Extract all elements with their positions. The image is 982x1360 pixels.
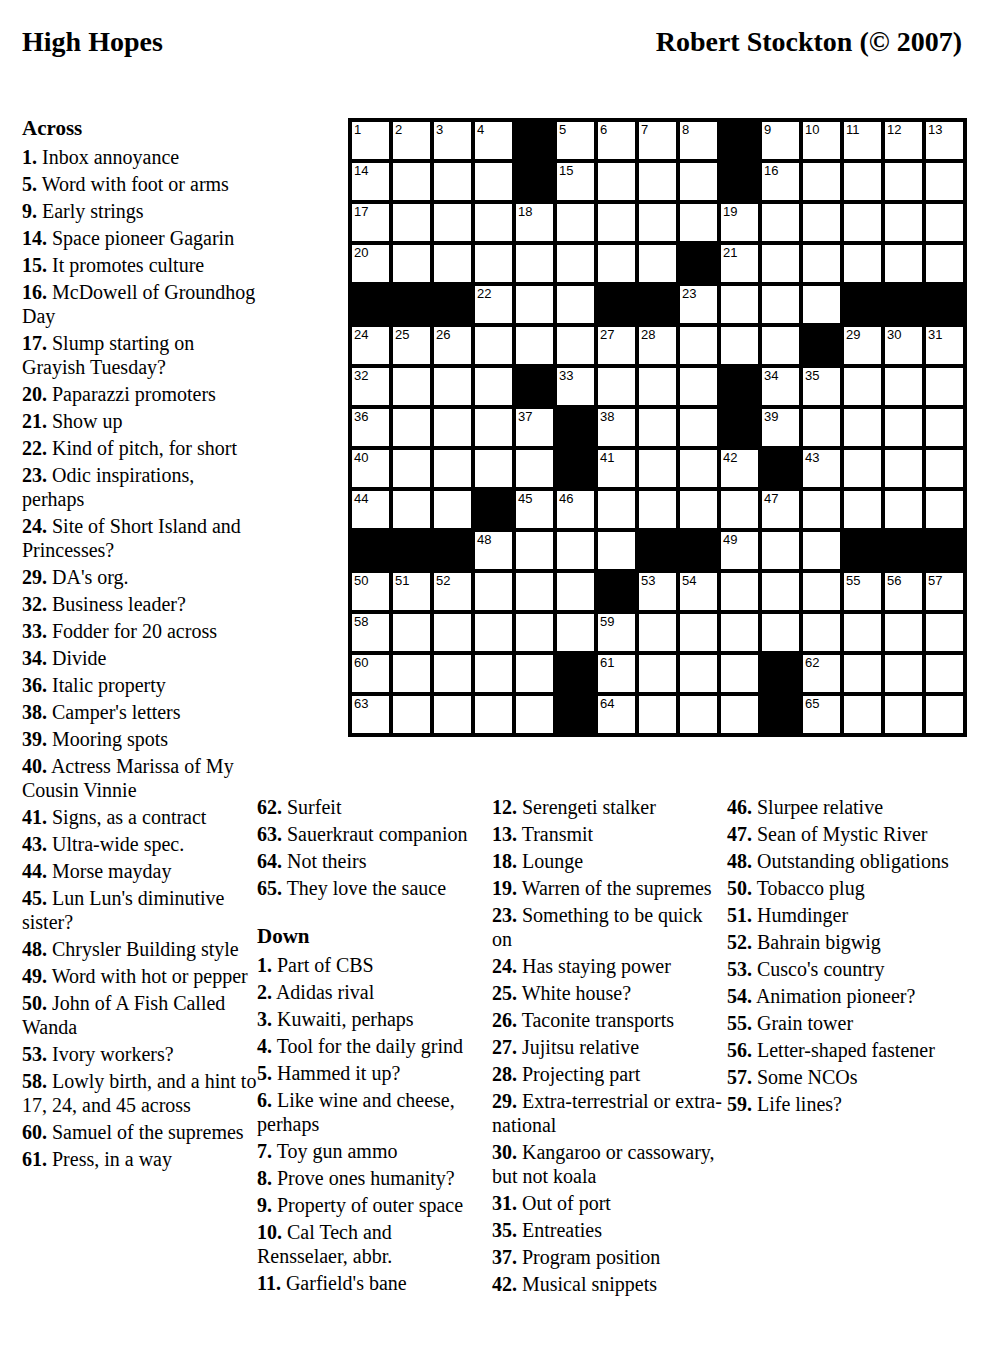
clue-text: Life lines?	[757, 1093, 842, 1115]
grid-cell-r15c10[interactable]	[721, 696, 758, 733]
grid-cell-r4c8[interactable]	[639, 245, 676, 282]
grid-cell-r15c7[interactable]: 64	[598, 696, 635, 733]
grid-cell-r5c4[interactable]: 22	[475, 286, 512, 323]
clue-down-18: 18. Lounge	[492, 849, 725, 873]
cell-number: 43	[805, 450, 819, 465]
grid-cell-r13c1[interactable]: 58	[352, 614, 389, 651]
grid-cell-r15c1[interactable]: 63	[352, 696, 389, 733]
grid-cell-r3c12[interactable]	[803, 204, 840, 241]
grid-cell-r12c4[interactable]	[475, 573, 512, 610]
grid-cell-r9c3[interactable]	[434, 450, 471, 487]
grid-cell-r3c2[interactable]	[393, 204, 430, 241]
grid-cell-r1c13[interactable]: 11	[844, 122, 881, 159]
grid-cell-r3c13[interactable]	[844, 204, 881, 241]
clue-text: Ultra-wide spec.	[52, 833, 184, 855]
cell-number: 20	[354, 245, 368, 260]
grid-cell-r1c3[interactable]: 3	[434, 122, 471, 159]
grid-cell-r13c7[interactable]: 59	[598, 614, 635, 651]
grid-cell-r10c7[interactable]	[598, 491, 635, 528]
grid-cell-r2c1[interactable]: 14	[352, 163, 389, 200]
grid-cell-r1c6[interactable]: 5	[557, 122, 594, 159]
clue-text: Slurpee relative	[757, 796, 883, 818]
grid-cell-r2c14[interactable]	[885, 163, 922, 200]
grid-cell-r4c3[interactable]	[434, 245, 471, 282]
clue-down-52: 52. Bahrain bigwig	[727, 930, 973, 954]
grid-cell-r13c11[interactable]	[762, 614, 799, 651]
grid-cell-r4c1[interactable]: 20	[352, 245, 389, 282]
grid-cell-r8c13[interactable]	[844, 409, 881, 446]
clue-across-43: 43. Ultra-wide spec.	[22, 832, 260, 856]
grid-cell-r12c14[interactable]: 56	[885, 573, 922, 610]
grid-cell-r3c15[interactable]	[926, 204, 963, 241]
grid-cell-r1c7[interactable]: 6	[598, 122, 635, 159]
grid-cell-r6c9[interactable]	[680, 327, 717, 364]
grid-cell-r4c14[interactable]	[885, 245, 922, 282]
grid-cell-r3c14[interactable]	[885, 204, 922, 241]
clue-text: Cusco's country	[757, 958, 884, 980]
grid-cell-r11c5[interactable]	[516, 532, 553, 569]
grid-cell-r3c10[interactable]: 19	[721, 204, 758, 241]
clue-text: Slump starting on Grayish Tuesday?	[22, 332, 194, 378]
grid-cell-r9c5[interactable]	[516, 450, 553, 487]
cell-number: 38	[600, 409, 614, 424]
cell-number: 9	[764, 122, 771, 137]
grid-cell-r8c7[interactable]: 38	[598, 409, 635, 446]
grid-cell-r11c11[interactable]	[762, 532, 799, 569]
clue-column-across-end-down-start: 62. Surfeit63. Sauerkraut companion64. N…	[257, 795, 487, 1298]
grid-cell-r15c12[interactable]: 65	[803, 696, 840, 733]
clue-number: 2.	[257, 981, 272, 1003]
grid-cell-r3c7[interactable]	[598, 204, 635, 241]
black-cell-r1c5	[516, 122, 553, 159]
black-cell-r12c7	[598, 573, 635, 610]
grid-cell-r8c3[interactable]	[434, 409, 471, 446]
grid-cell-r1c14[interactable]: 12	[885, 122, 922, 159]
grid-cell-r2c4[interactable]	[475, 163, 512, 200]
clue-text: Warren of the supremes	[522, 877, 712, 899]
grid-cell-r3c8[interactable]	[639, 204, 676, 241]
grid-cell-r14c7[interactable]: 61	[598, 655, 635, 692]
grid-cell-r6c10[interactable]	[721, 327, 758, 364]
grid-cell-r1c8[interactable]: 7	[639, 122, 676, 159]
grid-cell-r13c13[interactable]	[844, 614, 881, 651]
grid-cell-r13c6[interactable]	[557, 614, 594, 651]
grid-cell-r7c7[interactable]	[598, 368, 635, 405]
grid-cell-r2c12[interactable]	[803, 163, 840, 200]
grid-cell-r1c11[interactable]: 9	[762, 122, 799, 159]
grid-cell-r6c14[interactable]: 30	[885, 327, 922, 364]
cell-number: 51	[395, 573, 409, 588]
clue-number: 63.	[257, 823, 282, 845]
grid-cell-r11c4[interactable]: 48	[475, 532, 512, 569]
grid-cell-r1c1[interactable]: 1	[352, 122, 389, 159]
grid-cell-r8c12[interactable]	[803, 409, 840, 446]
grid-cell-r1c2[interactable]: 2	[393, 122, 430, 159]
grid-cell-r9c9[interactable]	[680, 450, 717, 487]
grid-cell-r10c9[interactable]	[680, 491, 717, 528]
cell-number: 53	[641, 573, 655, 588]
grid-cell-r4c13[interactable]	[844, 245, 881, 282]
grid-cell-r9c12[interactable]: 43	[803, 450, 840, 487]
grid-cell-r2c9[interactable]	[680, 163, 717, 200]
cell-number: 32	[354, 368, 368, 383]
grid-cell-r14c1[interactable]: 60	[352, 655, 389, 692]
clue-number: 53.	[22, 1043, 47, 1065]
grid-cell-r15c4[interactable]	[475, 696, 512, 733]
grid-cell-r8c9[interactable]	[680, 409, 717, 446]
grid-cell-r6c5[interactable]	[516, 327, 553, 364]
grid-cell-r12c13[interactable]: 55	[844, 573, 881, 610]
grid-cell-r14c4[interactable]	[475, 655, 512, 692]
grid-cell-r2c3[interactable]	[434, 163, 471, 200]
cell-number: 27	[600, 327, 614, 342]
grid-cell-r15c2[interactable]	[393, 696, 430, 733]
grid-cell-r9c4[interactable]	[475, 450, 512, 487]
grid-cell-r4c5[interactable]	[516, 245, 553, 282]
grid-cell-r4c4[interactable]	[475, 245, 512, 282]
clue-number: 52.	[727, 931, 752, 953]
grid-cell-r4c12[interactable]	[803, 245, 840, 282]
clue-text: McDowell of Groundhog Day	[22, 281, 255, 327]
grid-cell-r3c3[interactable]	[434, 204, 471, 241]
grid-cell-r2c6[interactable]: 15	[557, 163, 594, 200]
clue-down-48: 48. Outstanding obligations	[727, 849, 973, 873]
cell-number: 23	[682, 286, 696, 301]
grid-cell-r15c5[interactable]	[516, 696, 553, 733]
clue-across-45: 45. Lun Lun's diminutive sister?	[22, 886, 260, 934]
grid-cell-r7c9[interactable]	[680, 368, 717, 405]
clue-number: 7.	[257, 1140, 272, 1162]
cell-number: 59	[600, 614, 614, 629]
clue-number: 36.	[22, 674, 47, 696]
clue-text: Serengeti stalker	[522, 796, 656, 818]
grid-cell-r4c10[interactable]: 21	[721, 245, 758, 282]
grid-cell-r10c10[interactable]	[721, 491, 758, 528]
grid-cell-r10c11[interactable]: 47	[762, 491, 799, 528]
cell-number: 4	[477, 122, 484, 137]
grid-cell-r7c2[interactable]	[393, 368, 430, 405]
grid-cell-r10c8[interactable]	[639, 491, 676, 528]
clue-down-47: 47. Sean of Mystic River	[727, 822, 973, 846]
cell-number: 6	[600, 122, 607, 137]
grid-cell-r14c9[interactable]	[680, 655, 717, 692]
grid-cell-r1c12[interactable]: 10	[803, 122, 840, 159]
grid-cell-r1c9[interactable]: 8	[680, 122, 717, 159]
grid-cell-r14c13[interactable]	[844, 655, 881, 692]
grid-cell-r7c6[interactable]: 33	[557, 368, 594, 405]
grid-cell-r3c4[interactable]	[475, 204, 512, 241]
clue-number: 45.	[22, 887, 47, 909]
clue-down-56: 56. Letter-shaped fastener	[727, 1038, 973, 1062]
clue-text: Tobacco plug	[757, 877, 865, 899]
grid-cell-r15c15[interactable]	[926, 696, 963, 733]
cell-number: 13	[928, 122, 942, 137]
clue-number: 60.	[22, 1121, 47, 1143]
grid-cell-r6c8[interactable]: 28	[639, 327, 676, 364]
clue-down-25: 25. White house?	[492, 981, 725, 1005]
grid-cell-r5c12[interactable]	[803, 286, 840, 323]
grid-cell-r10c15[interactable]	[926, 491, 963, 528]
grid-cell-r7c14[interactable]	[885, 368, 922, 405]
grid-cell-r2c11[interactable]: 16	[762, 163, 799, 200]
black-cell-r2c10	[721, 163, 758, 200]
grid-cell-r10c6[interactable]: 46	[557, 491, 594, 528]
grid-cell-r9c10[interactable]: 42	[721, 450, 758, 487]
clue-number: 50.	[22, 992, 47, 1014]
clue-number: 50.	[727, 877, 752, 899]
clue-across-64: 64. Not theirs	[257, 849, 487, 873]
clue-number: 43.	[22, 833, 47, 855]
grid-cell-r13c10[interactable]	[721, 614, 758, 651]
grid-cell-r6c15[interactable]: 31	[926, 327, 963, 364]
grid-cell-r8c15[interactable]	[926, 409, 963, 446]
grid-cell-r6c6[interactable]	[557, 327, 594, 364]
grid-cell-r4c15[interactable]	[926, 245, 963, 282]
grid-cell-r1c4[interactable]: 4	[475, 122, 512, 159]
clue-text: Samuel of the supremes	[52, 1121, 244, 1143]
clue-list-header: Down	[257, 924, 487, 948]
grid-cell-r6c13[interactable]: 29	[844, 327, 881, 364]
grid-cell-r15c13[interactable]	[844, 696, 881, 733]
clue-text: Signs, as a contract	[52, 806, 206, 828]
grid-cell-r12c11[interactable]	[762, 573, 799, 610]
clue-text: John of A Fish Called Wanda	[22, 992, 225, 1038]
grid-cell-r7c13[interactable]	[844, 368, 881, 405]
grid-cell-r12c1[interactable]: 50	[352, 573, 389, 610]
grid-cell-r10c12[interactable]	[803, 491, 840, 528]
clue-text: Outstanding obligations	[757, 850, 949, 872]
grid-cell-r10c14[interactable]	[885, 491, 922, 528]
clue-down-54: 54. Animation pioneer?	[727, 984, 973, 1008]
cell-number: 12	[887, 122, 901, 137]
clue-text: Word with foot or arms	[42, 173, 229, 195]
black-cell-r11c8	[639, 532, 676, 569]
grid-cell-r12c15[interactable]: 57	[926, 573, 963, 610]
grid-cell-r13c12[interactable]	[803, 614, 840, 651]
grid-cell-r7c1[interactable]: 32	[352, 368, 389, 405]
grid-cell-r15c3[interactable]	[434, 696, 471, 733]
cell-number: 5	[559, 122, 566, 137]
grid-cell-r9c1[interactable]: 40	[352, 450, 389, 487]
clue-down-30: 30. Kangaroo or cassowary, but not koala	[492, 1140, 725, 1188]
grid-cell-r13c15[interactable]	[926, 614, 963, 651]
grid-cell-r7c4[interactable]	[475, 368, 512, 405]
grid-cell-r8c4[interactable]	[475, 409, 512, 446]
cell-number: 19	[723, 204, 737, 219]
grid-cell-r2c15[interactable]	[926, 163, 963, 200]
clue-text: Entreaties	[522, 1219, 602, 1241]
clue-number: 41.	[22, 806, 47, 828]
grid-cell-r3c5[interactable]: 18	[516, 204, 553, 241]
grid-cell-r14c3[interactable]	[434, 655, 471, 692]
clue-text: Projecting part	[522, 1063, 640, 1085]
cell-number: 48	[477, 532, 491, 547]
clue-number: 48.	[22, 938, 47, 960]
grid-cell-r9c8[interactable]	[639, 450, 676, 487]
clue-down-7: 7. Toy gun ammo	[257, 1139, 487, 1163]
grid-cell-r9c13[interactable]	[844, 450, 881, 487]
grid-cell-r3c11[interactable]	[762, 204, 799, 241]
grid-cell-r10c5[interactable]: 45	[516, 491, 553, 528]
grid-cell-r9c14[interactable]	[885, 450, 922, 487]
grid-cell-r15c14[interactable]	[885, 696, 922, 733]
clue-down-6: 6. Like wine and cheese, perhaps	[257, 1088, 487, 1136]
grid-cell-r12c6[interactable]	[557, 573, 594, 610]
grid-cell-r5c6[interactable]	[557, 286, 594, 323]
grid-cell-r6c7[interactable]: 27	[598, 327, 635, 364]
grid-cell-r8c14[interactable]	[885, 409, 922, 446]
grid-cell-r13c14[interactable]	[885, 614, 922, 651]
grid-cell-r5c11[interactable]	[762, 286, 799, 323]
clue-number: 19.	[492, 877, 517, 899]
cell-number: 34	[764, 368, 778, 383]
grid-cell-r13c4[interactable]	[475, 614, 512, 651]
grid-cell-r11c6[interactable]	[557, 532, 594, 569]
clue-column-down-end: 46. Slurpee relative47. Sean of Mystic R…	[727, 795, 973, 1119]
grid-cell-r12c5[interactable]	[516, 573, 553, 610]
grid-cell-r8c11[interactable]: 39	[762, 409, 799, 446]
grid-cell-r3c6[interactable]	[557, 204, 594, 241]
grid-cell-r15c8[interactable]	[639, 696, 676, 733]
grid-cell-r4c7[interactable]	[598, 245, 635, 282]
grid-cell-r3c9[interactable]	[680, 204, 717, 241]
clue-across-60: 60. Samuel of the supremes	[22, 1120, 260, 1144]
cell-number: 64	[600, 696, 614, 711]
cell-number: 3	[436, 122, 443, 137]
grid-cell-r14c14[interactable]	[885, 655, 922, 692]
black-cell-r6c12	[803, 327, 840, 364]
grid-cell-r6c3[interactable]: 26	[434, 327, 471, 364]
grid-cell-r7c8[interactable]	[639, 368, 676, 405]
grid-cell-r6c1[interactable]: 24	[352, 327, 389, 364]
page-header: High Hopes Robert Stockton (© 2007)	[22, 26, 962, 58]
grid-cell-r6c4[interactable]	[475, 327, 512, 364]
grid-cell-r7c12[interactable]: 35	[803, 368, 840, 405]
grid-cell-r8c5[interactable]: 37	[516, 409, 553, 446]
black-cell-r14c11	[762, 655, 799, 692]
grid-cell-r11c12[interactable]	[803, 532, 840, 569]
clue-text: Something to be quick on	[492, 904, 703, 950]
grid-cell-r11c10[interactable]: 49	[721, 532, 758, 569]
cell-number: 37	[518, 409, 532, 424]
clue-down-57: 57. Some NCOs	[727, 1065, 973, 1089]
grid-cell-r13c9[interactable]	[680, 614, 717, 651]
grid-cell-r2c7[interactable]	[598, 163, 635, 200]
clue-down-42: 42. Musical snippets	[492, 1272, 725, 1296]
grid-cell-r12c10[interactable]	[721, 573, 758, 610]
grid-cell-r13c3[interactable]	[434, 614, 471, 651]
cell-number: 7	[641, 122, 648, 137]
clue-down-29: 29. Extra-terrestrial or extra-national	[492, 1089, 725, 1137]
clue-text: Surfeit	[287, 796, 341, 818]
grid-cell-r14c12[interactable]: 62	[803, 655, 840, 692]
cell-number: 33	[559, 368, 573, 383]
grid-cell-r6c2[interactable]: 25	[393, 327, 430, 364]
clue-across-20: 20. Paparazzi promoters	[22, 382, 260, 406]
grid-cell-r8c2[interactable]	[393, 409, 430, 446]
grid-cell-r10c2[interactable]	[393, 491, 430, 528]
grid-cell-r14c8[interactable]	[639, 655, 676, 692]
clue-number: 9.	[22, 200, 37, 222]
clue-number: 9.	[257, 1194, 272, 1216]
clue-number: 23.	[22, 464, 47, 486]
clue-down-26: 26. Taconite transports	[492, 1008, 725, 1032]
clue-text: Toy gun ammo	[277, 1140, 398, 1162]
grid-cell-r6c11[interactable]	[762, 327, 799, 364]
grid-cell-r9c7[interactable]: 41	[598, 450, 635, 487]
grid-cell-r2c2[interactable]	[393, 163, 430, 200]
grid-cell-r14c5[interactable]	[516, 655, 553, 692]
clue-text: Lun Lun's diminutive sister?	[22, 887, 224, 933]
clue-text: Paparazzi promoters	[52, 383, 216, 405]
grid-cell-r7c15[interactable]	[926, 368, 963, 405]
grid-cell-r14c2[interactable]	[393, 655, 430, 692]
clue-down-31: 31. Out of port	[492, 1191, 725, 1215]
grid-cell-r8c8[interactable]	[639, 409, 676, 446]
grid-cell-r5c9[interactable]: 23	[680, 286, 717, 323]
grid-cell-r2c8[interactable]	[639, 163, 676, 200]
clue-across-39: 39. Mooring spots	[22, 727, 260, 751]
grid-cell-r9c15[interactable]	[926, 450, 963, 487]
grid-cell-r9c2[interactable]	[393, 450, 430, 487]
grid-cell-r12c8[interactable]: 53	[639, 573, 676, 610]
grid-cell-r11c7[interactable]	[598, 532, 635, 569]
grid-cell-r3c1[interactable]: 17	[352, 204, 389, 241]
clue-across-23: 23. Odic inspirations, perhaps	[22, 463, 260, 511]
clue-number: 5.	[257, 1062, 272, 1084]
cell-number: 41	[600, 450, 614, 465]
clue-number: 17.	[22, 332, 47, 354]
grid-cell-r8c1[interactable]: 36	[352, 409, 389, 446]
clue-text: Kangaroo or cassowary, but not koala	[492, 1141, 715, 1187]
grid-cell-r12c12[interactable]	[803, 573, 840, 610]
grid-cell-r5c5[interactable]	[516, 286, 553, 323]
grid-cell-r4c2[interactable]	[393, 245, 430, 282]
grid-cell-r10c13[interactable]	[844, 491, 881, 528]
black-cell-r9c11	[762, 450, 799, 487]
grid-cell-r2c13[interactable]	[844, 163, 881, 200]
clue-text: Transmit	[522, 823, 594, 845]
clue-number: 62.	[257, 796, 282, 818]
grid-cell-r15c9[interactable]	[680, 696, 717, 733]
grid-cell-r13c8[interactable]	[639, 614, 676, 651]
clue-down-5: 5. Hammed it up?	[257, 1061, 487, 1085]
grid-cell-r14c10[interactable]	[721, 655, 758, 692]
grid-cell-r12c2[interactable]: 51	[393, 573, 430, 610]
grid-cell-r12c3[interactable]: 52	[434, 573, 471, 610]
grid-cell-r13c2[interactable]	[393, 614, 430, 651]
clue-across-63: 63. Sauerkraut companion	[257, 822, 487, 846]
grid-cell-r13c5[interactable]	[516, 614, 553, 651]
grid-cell-r7c11[interactable]: 34	[762, 368, 799, 405]
grid-cell-r7c3[interactable]	[434, 368, 471, 405]
grid-cell-r1c15[interactable]: 13	[926, 122, 963, 159]
clue-down-27: 27. Jujitsu relative	[492, 1035, 725, 1059]
clue-text: Like wine and cheese, perhaps	[257, 1089, 455, 1135]
black-cell-r8c10	[721, 409, 758, 446]
grid-cell-r4c6[interactable]	[557, 245, 594, 282]
grid-cell-r14c15[interactable]	[926, 655, 963, 692]
grid-cell-r5c10[interactable]	[721, 286, 758, 323]
clue-text: Word with hot or pepper	[52, 965, 248, 987]
clue-across-48: 48. Chrysler Building style	[22, 937, 260, 961]
grid-cell-r10c1[interactable]: 44	[352, 491, 389, 528]
clue-down-1: 1. Part of CBS	[257, 953, 487, 977]
grid-cell-r4c11[interactable]	[762, 245, 799, 282]
clue-number: 57.	[727, 1066, 752, 1088]
grid-cell-r12c9[interactable]: 54	[680, 573, 717, 610]
grid-cell-r10c3[interactable]	[434, 491, 471, 528]
